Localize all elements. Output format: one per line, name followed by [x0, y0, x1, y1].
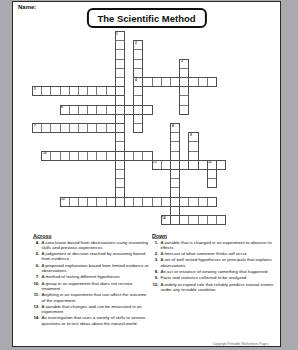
cell-clue-number: 6 — [61, 105, 63, 109]
cell-clue-number: 3 — [181, 59, 183, 63]
across-clues-section: Across 4.A conclusion based from observa… — [33, 233, 149, 327]
clue-number: 5. — [33, 251, 40, 256]
cell-clue-number: 13 — [61, 197, 65, 201]
clue-number: 2. — [152, 251, 159, 256]
clue-text: A judgement or decision reached by reaso… — [42, 251, 146, 261]
clue-text: An investigation that uses a variety of … — [42, 315, 146, 325]
grid-cell[interactable] — [179, 105, 189, 115]
grid-cell[interactable] — [207, 77, 217, 87]
clue-text: A method of testing different hypotheses — [42, 274, 120, 279]
crossword-grid: 1234567891011121314 — [32, 31, 226, 225]
cell-clue-number: 14 — [162, 216, 166, 220]
clue-number: 13. — [33, 304, 40, 309]
clue-number: 1. — [152, 239, 159, 244]
worksheet-page: Name: The Scientific Method 123456789101… — [12, 1, 281, 347]
clue-item-down-1: 1.A variable that is changed in an exper… — [152, 239, 274, 250]
clue-number: 4. — [33, 239, 40, 244]
clue-text: A conclusion based from observations usi… — [42, 239, 148, 249]
cell-clue-number: 4 — [135, 78, 137, 82]
across-clue-list: 4.A conclusion based from observations u… — [33, 239, 149, 325]
cell-clue-number: 9 — [190, 133, 192, 137]
cell-clue-number: 5 — [34, 87, 36, 91]
clue-item-across-5: 5.A judgement or decision reached by rea… — [33, 251, 149, 262]
grid-cell[interactable] — [142, 105, 152, 115]
cell-clue-number: 11 — [153, 160, 156, 164]
clue-text: A variable that changes and can be measu… — [42, 304, 142, 314]
cell-clue-number: 12 — [208, 160, 212, 164]
down-heading: Down — [152, 233, 274, 238]
down-clue-list: 1.A variable that is changed in an exper… — [152, 239, 274, 292]
cell-clue-number: 7 — [34, 124, 36, 128]
clue-number: 3. — [152, 257, 159, 262]
across-heading: Across — [33, 233, 149, 238]
grid-cell[interactable] — [207, 178, 217, 188]
clue-number: 8. — [152, 269, 159, 274]
clue-item-across-13: 13.A variable that changes and can be me… — [33, 304, 149, 315]
clue-item-down-2: 2.A forecast of what someone thinks will… — [152, 251, 274, 256]
clue-text: A widely accepted rule that reliably pre… — [161, 281, 274, 291]
down-clues-section: Down 1.A variable that is changed in an … — [152, 233, 274, 293]
clue-item-down-9: 9.Facts and statistics collected to be a… — [152, 275, 274, 280]
clue-item-across-7: 7.A method of testing different hypothes… — [33, 274, 149, 279]
clue-text: A group in an experiment that does not r… — [42, 280, 133, 290]
clue-number: 6. — [33, 262, 40, 267]
clue-number: 11. — [33, 292, 40, 297]
clue-number: 12. — [152, 281, 159, 286]
clue-text: A proposed explanation based from limite… — [42, 262, 149, 272]
worksheet-title: The Scientific Method — [86, 8, 206, 28]
cell-clue-number: 2 — [135, 41, 137, 45]
clue-number: 9. — [152, 275, 159, 280]
grid-cell[interactable] — [216, 215, 226, 225]
cell-clue-number: 10 — [43, 151, 47, 155]
clue-number: 10. — [33, 280, 40, 285]
clue-item-down-12: 12.A widely accepted rule that reliably … — [152, 281, 274, 292]
clue-item-down-3: 3.A set of well tested hypotheses or pri… — [152, 257, 274, 268]
clue-number: 14. — [33, 315, 40, 320]
clue-item-across-14: 14.An investigation that uses a variety … — [33, 315, 149, 326]
grid-cell[interactable] — [133, 123, 143, 133]
clue-text: Anything in an experiment that can affec… — [42, 292, 147, 302]
clue-text: An act or instance of viewing something … — [161, 269, 268, 274]
screenshot-root: Name: The Scientific Method 123456789101… — [0, 0, 298, 350]
clue-text: A forecast of what someone thinks will o… — [161, 251, 247, 256]
cell-clue-number: 8 — [172, 124, 174, 128]
clue-text: A variable that is changed in an experim… — [161, 239, 273, 249]
grid-cell[interactable] — [207, 197, 217, 207]
clue-number: 7. — [33, 274, 40, 279]
clue-text: A set of well tested hypotheses or princ… — [161, 257, 272, 267]
clue-text: Facts and statistics collected to be ana… — [161, 275, 247, 280]
cell-clue-number: 1 — [116, 32, 118, 36]
clue-item-across-6: 6.A proposed explanation based from limi… — [33, 262, 149, 273]
clue-item-across-11: 11.Anything in an experiment that can af… — [33, 292, 149, 303]
name-label: Name: — [18, 4, 36, 10]
clue-item-across-4: 4.A conclusion based from observations u… — [33, 239, 149, 250]
copyright-text: Copyright Printable Worksheets Pages — [213, 342, 269, 346]
grid-cell[interactable] — [216, 160, 226, 170]
clue-item-down-8: 8.An act or instance of viewing somethin… — [152, 269, 274, 274]
clue-item-across-10: 10.A group in an experiment that does no… — [33, 280, 149, 291]
